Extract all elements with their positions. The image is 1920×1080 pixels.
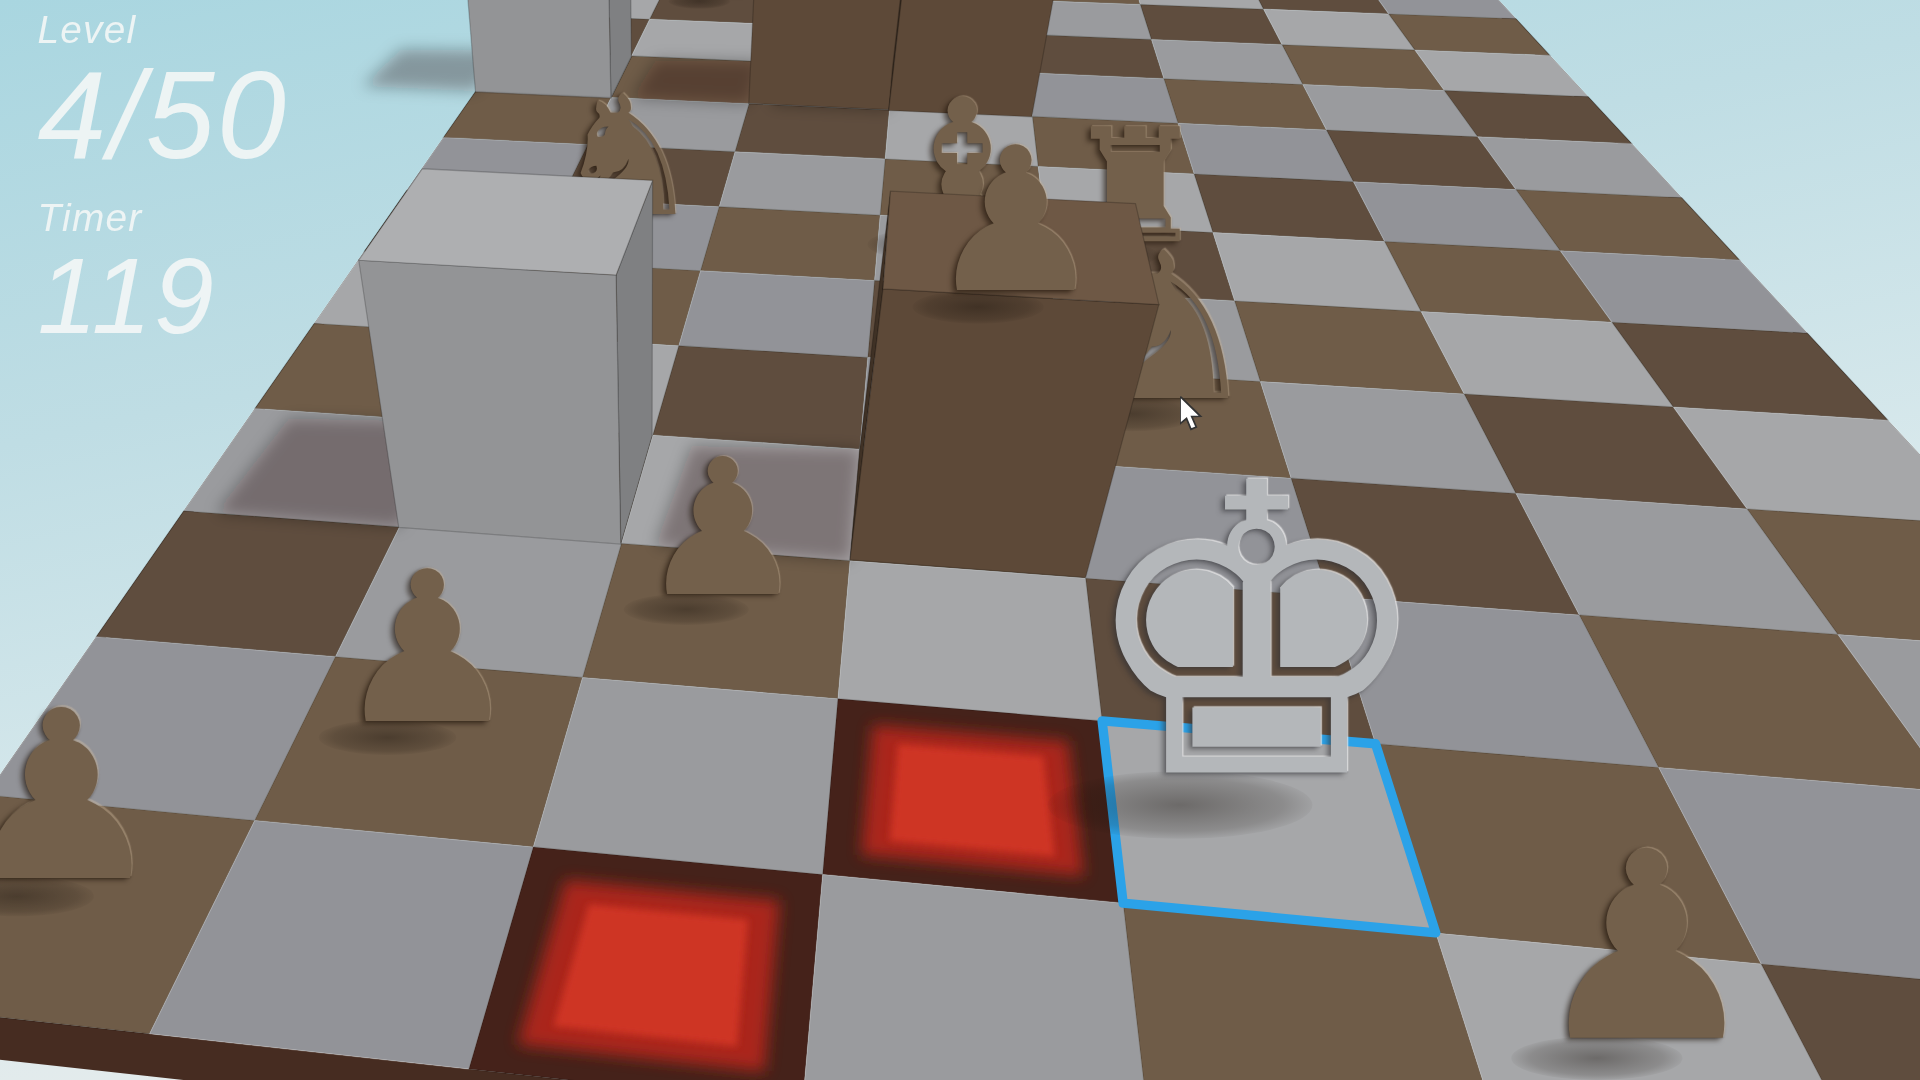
mouse-cursor	[1180, 396, 1213, 439]
piece-bronze-pawn-d4[interactable]: ♟	[886, 120, 1145, 324]
hud-panel: Level 4/50 Timer 119	[38, 8, 289, 349]
piece-silver-king-e2-selected[interactable]: ♚	[995, 429, 1518, 839]
piece-bronze-pawn-b2[interactable]: ♟	[291, 542, 563, 756]
level-value: 4/50	[38, 53, 289, 177]
game-viewport: ♟♜♝♞♞♟♟♟♚♟♟ Level 4/50 Timer 119	[0, 0, 1920, 1080]
timer-value: 119	[38, 241, 289, 349]
piece-bronze-pawn-a1[interactable]: ♟	[0, 677, 214, 916]
piece-bronze-pawn-c3[interactable]: ♟	[600, 433, 846, 626]
piece-bronze-pawn-f1[interactable]: ♟	[1478, 815, 1816, 1080]
